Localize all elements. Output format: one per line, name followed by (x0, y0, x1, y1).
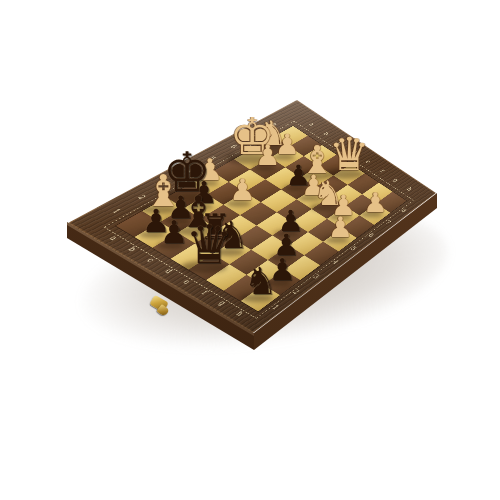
brass-clasp (149, 296, 173, 318)
chess-set-photo: aabbccddeeffgghh1122334455667788 ♛♞♟♝♟♚♟… (0, 0, 500, 500)
